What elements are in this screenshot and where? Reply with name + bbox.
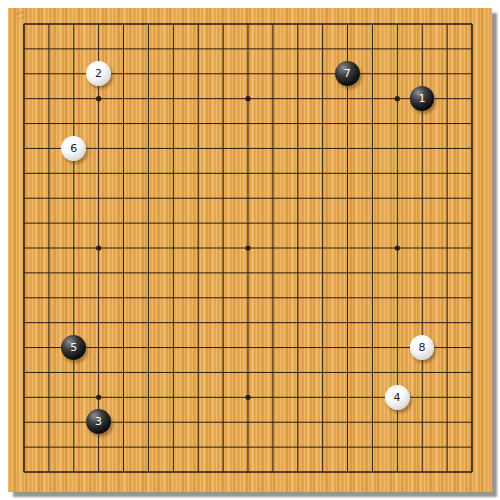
board-cell-C14: 6 [61,136,86,161]
stone-move-number: 5 [70,341,77,352]
page: 12345678 [0,0,500,500]
stone-move-number: 4 [394,391,401,402]
board-cell-R6: 8 [410,335,435,360]
stone-white-8: 8 [410,335,435,360]
stone-move-number: 6 [70,142,77,153]
stone-black-3: 3 [86,409,111,434]
stone-white-4: 4 [385,385,410,410]
stone-move-number: 8 [418,341,425,352]
go-board[interactable]: 12345678 [8,8,492,492]
stone-move-number: 7 [344,68,351,79]
stone-move-number: 2 [95,68,102,79]
board-cell-O17: 7 [335,61,360,86]
board-cell-Q4: 4 [385,385,410,410]
stone-move-number: 1 [418,93,425,104]
board-cell-C6: 5 [61,335,86,360]
board-cell-D3: 3 [86,410,111,435]
stone-white-2: 2 [86,61,111,86]
board-cell-D17: 2 [86,61,111,86]
stone-black-5: 5 [61,335,86,360]
stone-black-1: 1 [410,86,435,111]
stones-layer: 12345678 [12,12,485,485]
stone-white-6: 6 [61,136,86,161]
stone-move-number: 3 [95,416,102,427]
stone-black-7: 7 [335,61,360,86]
board-cell-R16: 1 [410,86,435,111]
